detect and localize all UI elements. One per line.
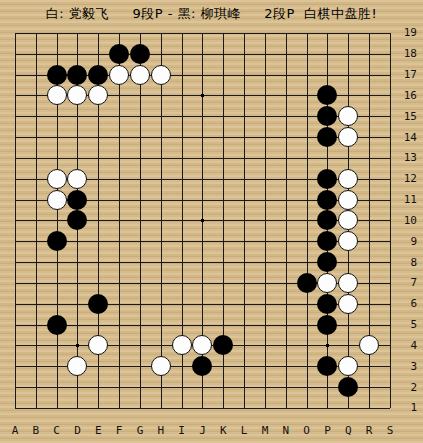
black-stone (192, 356, 212, 376)
black-stone (317, 231, 337, 251)
column-label: H (150, 422, 171, 439)
white-stone (67, 85, 87, 105)
column-label: M (255, 422, 276, 439)
column-label: G (130, 422, 151, 439)
column-label: P (317, 422, 338, 439)
column-label: A (5, 422, 26, 439)
white-stone (338, 231, 358, 251)
black-stone (47, 231, 67, 251)
black-stone (317, 127, 337, 147)
black-stone (47, 65, 67, 85)
white-stone (151, 65, 171, 85)
black-stone (317, 294, 337, 314)
white-stone (359, 335, 379, 355)
black-stone (317, 106, 337, 126)
black-stone (317, 356, 337, 376)
black-stone (297, 273, 317, 293)
white-stone (151, 356, 171, 376)
column-label: F (109, 422, 130, 439)
white-stone (338, 273, 358, 293)
white-stone (109, 65, 129, 85)
white-stone (338, 169, 358, 189)
column-label: S (380, 422, 401, 439)
black-stone (317, 190, 337, 210)
black-stone (109, 44, 129, 64)
white-stone (130, 65, 150, 85)
column-label: E (88, 422, 109, 439)
white-stone (88, 85, 108, 105)
black-stone (213, 335, 233, 355)
column-label: L (234, 422, 255, 439)
black-stone (317, 169, 337, 189)
stones-layer (5, 23, 401, 419)
black-stone (67, 190, 87, 210)
black-stone (88, 65, 108, 85)
column-label: B (25, 422, 46, 439)
column-label: J (192, 422, 213, 439)
white-stone (317, 273, 337, 293)
column-label: R (359, 422, 380, 439)
column-label: K (213, 422, 234, 439)
white-stone (338, 190, 358, 210)
column-label: Q (338, 422, 359, 439)
black-stone (338, 377, 358, 397)
white-stone (172, 335, 192, 355)
column-label: O (296, 422, 317, 439)
column-labels: ABCDEFGHIJKLMNOPQRS (5, 422, 401, 439)
white-stone (338, 356, 358, 376)
column-label: D (67, 422, 88, 439)
white-stone (47, 190, 67, 210)
black-stone (317, 315, 337, 335)
black-stone (47, 315, 67, 335)
white-stone (192, 335, 212, 355)
black-stone (317, 85, 337, 105)
black-stone (317, 210, 337, 230)
black-stone (88, 294, 108, 314)
black-stone (317, 252, 337, 272)
white-stone (67, 356, 87, 376)
white-stone (338, 127, 358, 147)
black-stone (67, 210, 87, 230)
go-board[interactable] (5, 23, 401, 419)
white-stone (338, 106, 358, 126)
white-stone (47, 169, 67, 189)
column-label: N (275, 422, 296, 439)
white-stone (88, 335, 108, 355)
column-label: C (46, 422, 67, 439)
black-stone (130, 44, 150, 64)
white-stone (47, 85, 67, 105)
column-label: I (171, 422, 192, 439)
black-stone (67, 65, 87, 85)
white-stone (338, 294, 358, 314)
white-stone (338, 210, 358, 230)
white-stone (67, 169, 87, 189)
